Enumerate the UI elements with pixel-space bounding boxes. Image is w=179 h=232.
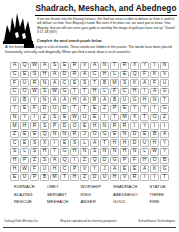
grid-cell[interactable]: B xyxy=(110,96,119,104)
grid-cell[interactable]: D xyxy=(90,174,99,182)
grid-cell[interactable]: N xyxy=(120,131,129,139)
grid-cell[interactable]: O xyxy=(70,122,79,130)
grid-cell[interactable]: H xyxy=(20,122,29,130)
word-list-item: BLAZING xyxy=(14,192,35,198)
grid-cell[interactable]: H xyxy=(140,96,149,104)
grid-cell[interactable]: A xyxy=(10,62,19,70)
grid-cell[interactable]: N xyxy=(40,96,49,104)
word-list-item: FURNACE xyxy=(14,184,35,190)
grid-cell[interactable]: S xyxy=(50,62,59,70)
grid-cell[interactable]: V xyxy=(160,71,169,79)
grid-cell[interactable]: P xyxy=(70,165,79,173)
scripture-passage: If we are thrown into the blazing furnac… xyxy=(37,17,177,34)
grid-cell[interactable]: D xyxy=(130,139,139,147)
grid-cell[interactable]: Y xyxy=(140,105,149,113)
grid-cell[interactable]: L xyxy=(140,148,149,156)
grid-cell[interactable]: J xyxy=(100,165,109,173)
grid-cell[interactable]: X xyxy=(40,139,49,147)
word-list-item: WORSHIP xyxy=(80,184,101,190)
grid-cell[interactable]: Y xyxy=(20,114,29,122)
grid-cell[interactable]: I xyxy=(130,122,139,130)
grid-cell[interactable]: E xyxy=(20,105,29,113)
grid-cell[interactable]: R xyxy=(110,122,119,130)
grid-cell[interactable]: S xyxy=(80,79,89,87)
grid-cell[interactable]: T xyxy=(110,62,119,70)
grid-cell[interactable]: A xyxy=(150,88,159,96)
grid-cell[interactable]: O xyxy=(150,157,159,165)
grid-cell[interactable]: O xyxy=(90,131,99,139)
grid-cell[interactable]: G xyxy=(130,96,139,104)
grid-cell[interactable]: N xyxy=(100,148,109,156)
puzzle-instructions: At the bottom of the page is a list of w… xyxy=(5,45,174,54)
grid-cell[interactable]: U xyxy=(40,165,49,173)
grid-cell[interactable]: S xyxy=(40,157,49,165)
grid-cell[interactable]: U xyxy=(120,96,129,104)
fiery-furnace-logo-icon xyxy=(2,11,34,48)
grid-cell[interactable]: F xyxy=(140,71,149,79)
grid-cell[interactable]: N xyxy=(80,148,89,156)
grid-cell[interactable]: N xyxy=(10,114,19,122)
grid-cell[interactable]: Q xyxy=(20,62,29,70)
grid-cell[interactable]: I xyxy=(140,174,149,182)
grid-cell[interactable]: D xyxy=(100,157,109,165)
footer-left: Calvary Kids Ministry Inc. xyxy=(4,219,39,223)
grid-cell[interactable]: S xyxy=(120,79,129,87)
grid-cell[interactable]: E xyxy=(110,131,119,139)
grid-cell[interactable]: U xyxy=(50,105,59,113)
grid-cell[interactable]: S xyxy=(40,122,49,130)
grid-cell[interactable]: G xyxy=(160,105,169,113)
grid-cell[interactable]: C xyxy=(120,88,129,96)
grid-cell[interactable]: E xyxy=(70,79,79,87)
grid-cell[interactable]: S xyxy=(40,88,49,96)
grid-cell[interactable]: C xyxy=(10,71,19,79)
grid-cell[interactable]: I xyxy=(140,88,149,96)
grid-cell[interactable]: H xyxy=(90,88,99,96)
grid-cell[interactable]: F xyxy=(30,165,39,173)
page-title: Shadrach, Meshach, and Abednego xyxy=(35,4,177,16)
grid-cell[interactable]: T xyxy=(110,114,119,122)
grid-cell[interactable]: N xyxy=(110,148,119,156)
footer-right: Schoolhouse Technologies xyxy=(138,219,175,223)
word-list-item: KING xyxy=(80,192,101,198)
grid-cell[interactable]: K xyxy=(130,79,139,87)
grid-cell[interactable]: G xyxy=(60,88,69,96)
grid-cell[interactable]: B xyxy=(100,79,109,87)
grid-cell[interactable]: P xyxy=(120,157,129,165)
grid-cell[interactable]: G xyxy=(100,131,109,139)
grid-cell[interactable]: T xyxy=(80,105,89,113)
grid-cell[interactable]: B xyxy=(160,157,169,165)
grid-cell[interactable]: L xyxy=(20,148,29,156)
complete-instruction: Complete the word search puzzle below. xyxy=(37,39,177,43)
grid-cell[interactable]: E xyxy=(120,105,129,113)
grid-cell[interactable]: D xyxy=(60,122,69,130)
grid-cell[interactable]: A xyxy=(80,71,89,79)
grid-cell[interactable]: H xyxy=(150,139,159,147)
grid-cell[interactable]: B xyxy=(40,174,49,182)
grid-cell[interactable]: E xyxy=(30,131,39,139)
grid-cell[interactable]: H xyxy=(70,148,79,156)
grid-cell[interactable]: Z xyxy=(80,174,89,182)
grid-cell[interactable]: E xyxy=(120,71,129,79)
grid-cell[interactable]: F xyxy=(10,79,19,87)
grid-cell[interactable]: P xyxy=(30,174,39,182)
grid-cell[interactable]: O xyxy=(20,88,29,96)
grid-cell[interactable]: E xyxy=(20,131,29,139)
word-list-item: OBEY xyxy=(47,184,69,190)
grid-cell[interactable]: H xyxy=(40,148,49,156)
grid-cell[interactable]: E xyxy=(20,71,29,79)
grid-cell[interactable]: F xyxy=(110,88,119,96)
grid-cell[interactable]: H xyxy=(70,174,79,182)
grid-cell[interactable]: W xyxy=(30,62,39,70)
grid-cell[interactable]: R xyxy=(30,122,39,130)
grid-cell[interactable]: J xyxy=(80,131,89,139)
grid-cell[interactable]: G xyxy=(60,148,69,156)
grid-cell[interactable]: H xyxy=(110,139,119,147)
grid-cell[interactable]: W xyxy=(30,88,39,96)
grid-cell[interactable]: U xyxy=(20,79,29,87)
grid-cell[interactable]: Q xyxy=(90,157,99,165)
grid-cell[interactable]: C xyxy=(60,165,69,173)
grid-cell[interactable]: W xyxy=(70,114,79,122)
grid-cell[interactable]: A xyxy=(110,165,119,173)
grid-cell[interactable]: E xyxy=(90,105,99,113)
grid-cell[interactable]: A xyxy=(140,79,149,87)
grid-cell[interactable]: U xyxy=(20,174,29,182)
word-list-item: THREE xyxy=(150,192,166,198)
grid-cell[interactable]: H xyxy=(10,157,19,165)
grid-cell[interactable]: W xyxy=(50,88,59,96)
word-list-item: SHADRACH xyxy=(113,184,137,190)
word-list-column: WORSHIPKINGANGER xyxy=(80,184,101,205)
grid-cell[interactable]: V xyxy=(80,165,89,173)
grid-cell[interactable]: N xyxy=(60,131,69,139)
grid-cell[interactable]: D xyxy=(60,71,69,79)
word-list-item: ANGER xyxy=(80,199,101,205)
word-list: FURNACEBLAZINGRESCUEOBEYSERVANTMESHACHWO… xyxy=(14,184,166,205)
word-list-column: STATUETHREEFIRE xyxy=(150,184,166,205)
grid-cell[interactable]: A xyxy=(60,96,69,104)
grid-cell[interactable]: S xyxy=(70,139,79,147)
grid-cell[interactable]: X xyxy=(130,62,139,70)
grid-cell[interactable]: E xyxy=(60,62,69,70)
grid-cell[interactable]: I xyxy=(150,62,159,70)
grid-cell[interactable]: G xyxy=(110,157,119,165)
grid-cell[interactable]: H xyxy=(40,71,49,79)
grid-cell[interactable]: E xyxy=(80,122,89,130)
grid-cell[interactable]: M xyxy=(120,114,129,122)
grid-cell[interactable]: N xyxy=(50,131,59,139)
grid-cell[interactable]: V xyxy=(80,62,89,70)
grid-cell[interactable]: R xyxy=(70,62,79,70)
grid-cell[interactable]: H xyxy=(50,165,59,173)
grid-cell[interactable]: A xyxy=(160,131,169,139)
grid-cell[interactable]: L xyxy=(100,88,109,96)
grid-cell[interactable]: E xyxy=(140,131,149,139)
grid-cell[interactable]: E xyxy=(130,165,139,173)
word-list-item: FIRE xyxy=(150,199,166,205)
grid-cell[interactable]: Y xyxy=(160,148,169,156)
grid-cell[interactable]: E xyxy=(10,174,19,182)
grid-cell[interactable]: G xyxy=(160,165,169,173)
grid-cell[interactable]: C xyxy=(90,71,99,79)
grid-cell[interactable]: H xyxy=(120,148,129,156)
grid-cell[interactable]: U xyxy=(160,79,169,87)
grid-cell[interactable]: R xyxy=(70,71,79,79)
page-footer: Calvary Kids Ministry Inc. May be reprod… xyxy=(4,219,175,223)
grid-cell[interactable]: W xyxy=(150,148,159,156)
grid-cell[interactable]: I xyxy=(30,114,39,122)
grid-cell[interactable]: Y xyxy=(140,122,149,130)
grid-cell[interactable]: S xyxy=(90,148,99,156)
grid-cell[interactable]: Q xyxy=(130,71,139,79)
grid-cell[interactable]: N xyxy=(150,96,159,104)
worksheet-page: Shadrach, Meshach, and Abednego If we ar… xyxy=(0,0,179,232)
grid-cell[interactable]: P xyxy=(20,157,29,165)
grid-cell[interactable]: A xyxy=(140,165,149,173)
grid-cell[interactable]: R xyxy=(120,62,129,70)
grid-cell[interactable]: D xyxy=(40,105,49,113)
grid-cell[interactable]: B xyxy=(20,96,29,104)
word-list-item: ABEDNEGO xyxy=(113,192,137,198)
grid-cell[interactable]: T xyxy=(70,105,79,113)
grid-cell[interactable]: C xyxy=(10,88,19,96)
grid-cell[interactable]: D xyxy=(60,105,69,113)
grid-cell[interactable]: I xyxy=(100,114,109,122)
grid-cell[interactable]: E xyxy=(60,139,69,147)
grid-cell[interactable]: H xyxy=(120,139,129,147)
grid-cell[interactable]: A xyxy=(40,62,49,70)
word-list-item: SERVANT xyxy=(47,192,69,198)
footer-center: May be reproduced for ministry purposes xyxy=(60,219,116,223)
grid-cell[interactable]: Y xyxy=(10,105,19,113)
grid-cell[interactable]: P xyxy=(50,122,59,130)
grid-cell[interactable]: L xyxy=(110,71,119,79)
grid-cell[interactable]: S xyxy=(30,148,39,156)
grid-cell[interactable]: H xyxy=(100,71,109,79)
grid-cell[interactable]: T xyxy=(80,88,89,96)
grid-cell[interactable]: R xyxy=(90,96,99,104)
grid-cell[interactable]: E xyxy=(60,114,69,122)
grid-cell[interactable]: B xyxy=(150,131,159,139)
grid-cell[interactable]: Y xyxy=(160,139,169,147)
grid-cell[interactable]: N xyxy=(40,79,49,87)
grid-cell[interactable]: W xyxy=(20,165,29,173)
grid-cell[interactable]: R xyxy=(120,122,129,130)
grid-cell[interactable]: T xyxy=(100,139,109,147)
grid-cell[interactable]: U xyxy=(80,114,89,122)
grid-cell[interactable]: I xyxy=(150,122,159,130)
grid-cell[interactable]: F xyxy=(30,105,39,113)
grid-cell[interactable]: A xyxy=(50,96,59,104)
grid-cell[interactable]: T xyxy=(90,79,99,87)
grid-cell[interactable]: M xyxy=(10,122,19,130)
grid-cell[interactable]: S xyxy=(10,148,19,156)
grid-cell[interactable]: G xyxy=(160,88,169,96)
word-list-item: RESCUE xyxy=(14,199,35,205)
grid-cell[interactable]: T xyxy=(70,88,79,96)
grid-cell[interactable]: Y xyxy=(30,96,39,104)
grid-cell[interactable]: F xyxy=(150,79,159,87)
grid-cell[interactable]: K xyxy=(150,165,159,173)
grid-cell[interactable]: I xyxy=(70,157,79,165)
grid-cell[interactable]: Z xyxy=(100,105,109,113)
grid-cell[interactable]: A xyxy=(100,96,109,104)
grid-cell[interactable]: I xyxy=(160,122,169,130)
grid-cell[interactable]: S xyxy=(50,114,59,122)
grid-cell[interactable]: M xyxy=(50,174,59,182)
grid-cell[interactable]: H xyxy=(140,157,149,165)
grid-cell[interactable]: C xyxy=(10,139,19,147)
grid-cell[interactable]: S xyxy=(30,71,39,79)
grid-cell[interactable]: U xyxy=(100,174,109,182)
grid-cell[interactable]: Y xyxy=(140,62,149,70)
grid-cell[interactable]: A xyxy=(80,96,89,104)
grid-cell[interactable]: T xyxy=(50,148,59,156)
grid-cell[interactable]: V xyxy=(120,174,129,182)
grid-cell[interactable]: A xyxy=(90,62,99,70)
word-list-column: SHADRACHABEDNEGOGOLD xyxy=(113,184,137,205)
grid-cell[interactable]: Z xyxy=(30,157,39,165)
grid-cell[interactable]: H xyxy=(10,165,19,173)
grid-cell[interactable]: A xyxy=(50,71,59,79)
grid-cell[interactable]: Q xyxy=(60,157,69,165)
grid-cell[interactable]: E xyxy=(120,165,129,173)
grid-cell[interactable]: E xyxy=(90,114,99,122)
grid-cell[interactable]: A xyxy=(50,157,59,165)
footer-divider xyxy=(3,227,176,228)
grid-cell[interactable]: P xyxy=(110,105,119,113)
grid-cell[interactable]: N xyxy=(130,148,139,156)
grid-cell[interactable]: T xyxy=(60,174,69,182)
grid-cell[interactable]: X xyxy=(130,114,139,122)
word-list-item: GOLD xyxy=(113,199,137,205)
grid-cell[interactable]: Z xyxy=(80,157,89,165)
grid-cell[interactable]: C xyxy=(60,79,69,87)
grid-cell[interactable]: N xyxy=(100,122,109,130)
grid-cell[interactable]: D xyxy=(130,131,139,139)
grid-cell[interactable]: R xyxy=(130,174,139,182)
grid-cell[interactable]: S xyxy=(30,139,39,147)
grid-cell[interactable]: I xyxy=(50,139,59,147)
grid-cell[interactable]: N xyxy=(160,62,169,70)
grid-cell[interactable]: M xyxy=(110,79,119,87)
word-list-column: FURNACEBLAZINGRESCUE xyxy=(14,184,35,205)
grid-cell[interactable]: O xyxy=(150,114,159,122)
grid-cell[interactable]: H xyxy=(90,122,99,130)
grid-cell[interactable]: N xyxy=(100,62,109,70)
word-list-item: MESHACH xyxy=(47,199,69,205)
grid-cell[interactable]: U xyxy=(140,139,149,147)
word-list-item: STATUE xyxy=(150,184,166,190)
grid-cell[interactable]: A xyxy=(50,79,59,87)
grid-cell[interactable]: A xyxy=(90,139,99,147)
grid-cell[interactable]: K xyxy=(150,71,159,79)
word-list-column: OBEYSERVANTMESHACH xyxy=(47,184,69,205)
grid-cell[interactable]: H xyxy=(130,88,139,96)
grid-cell[interactable]: R xyxy=(70,131,79,139)
grid-cell[interactable]: Y xyxy=(90,165,99,173)
grid-cell[interactable]: U xyxy=(10,96,19,104)
word-search-grid: AQWASERVANTRXYINCESHADRACHLEQFKVFURNACES… xyxy=(10,62,169,181)
grid-cell[interactable]: R xyxy=(30,79,39,87)
grid-cell[interactable]: I xyxy=(150,174,159,182)
grid-cell[interactable]: E xyxy=(20,139,29,147)
grid-cell[interactable]: T xyxy=(140,114,149,122)
grid-cell[interactable]: T xyxy=(160,96,169,104)
grid-cell[interactable]: F xyxy=(130,157,139,165)
grid-cell[interactable]: Z xyxy=(40,114,49,122)
grid-cell[interactable]: Q xyxy=(40,131,49,139)
grid-cell[interactable]: L xyxy=(80,139,89,147)
grid-cell[interactable]: Y xyxy=(130,105,139,113)
grid-cell[interactable]: H xyxy=(110,174,119,182)
grid-cell[interactable]: T xyxy=(160,174,169,182)
grid-cell[interactable]: Z xyxy=(10,131,19,139)
grid-cell[interactable]: I xyxy=(150,105,159,113)
grid-cell[interactable]: H xyxy=(70,96,79,104)
grid-cell[interactable]: Z xyxy=(160,114,169,122)
